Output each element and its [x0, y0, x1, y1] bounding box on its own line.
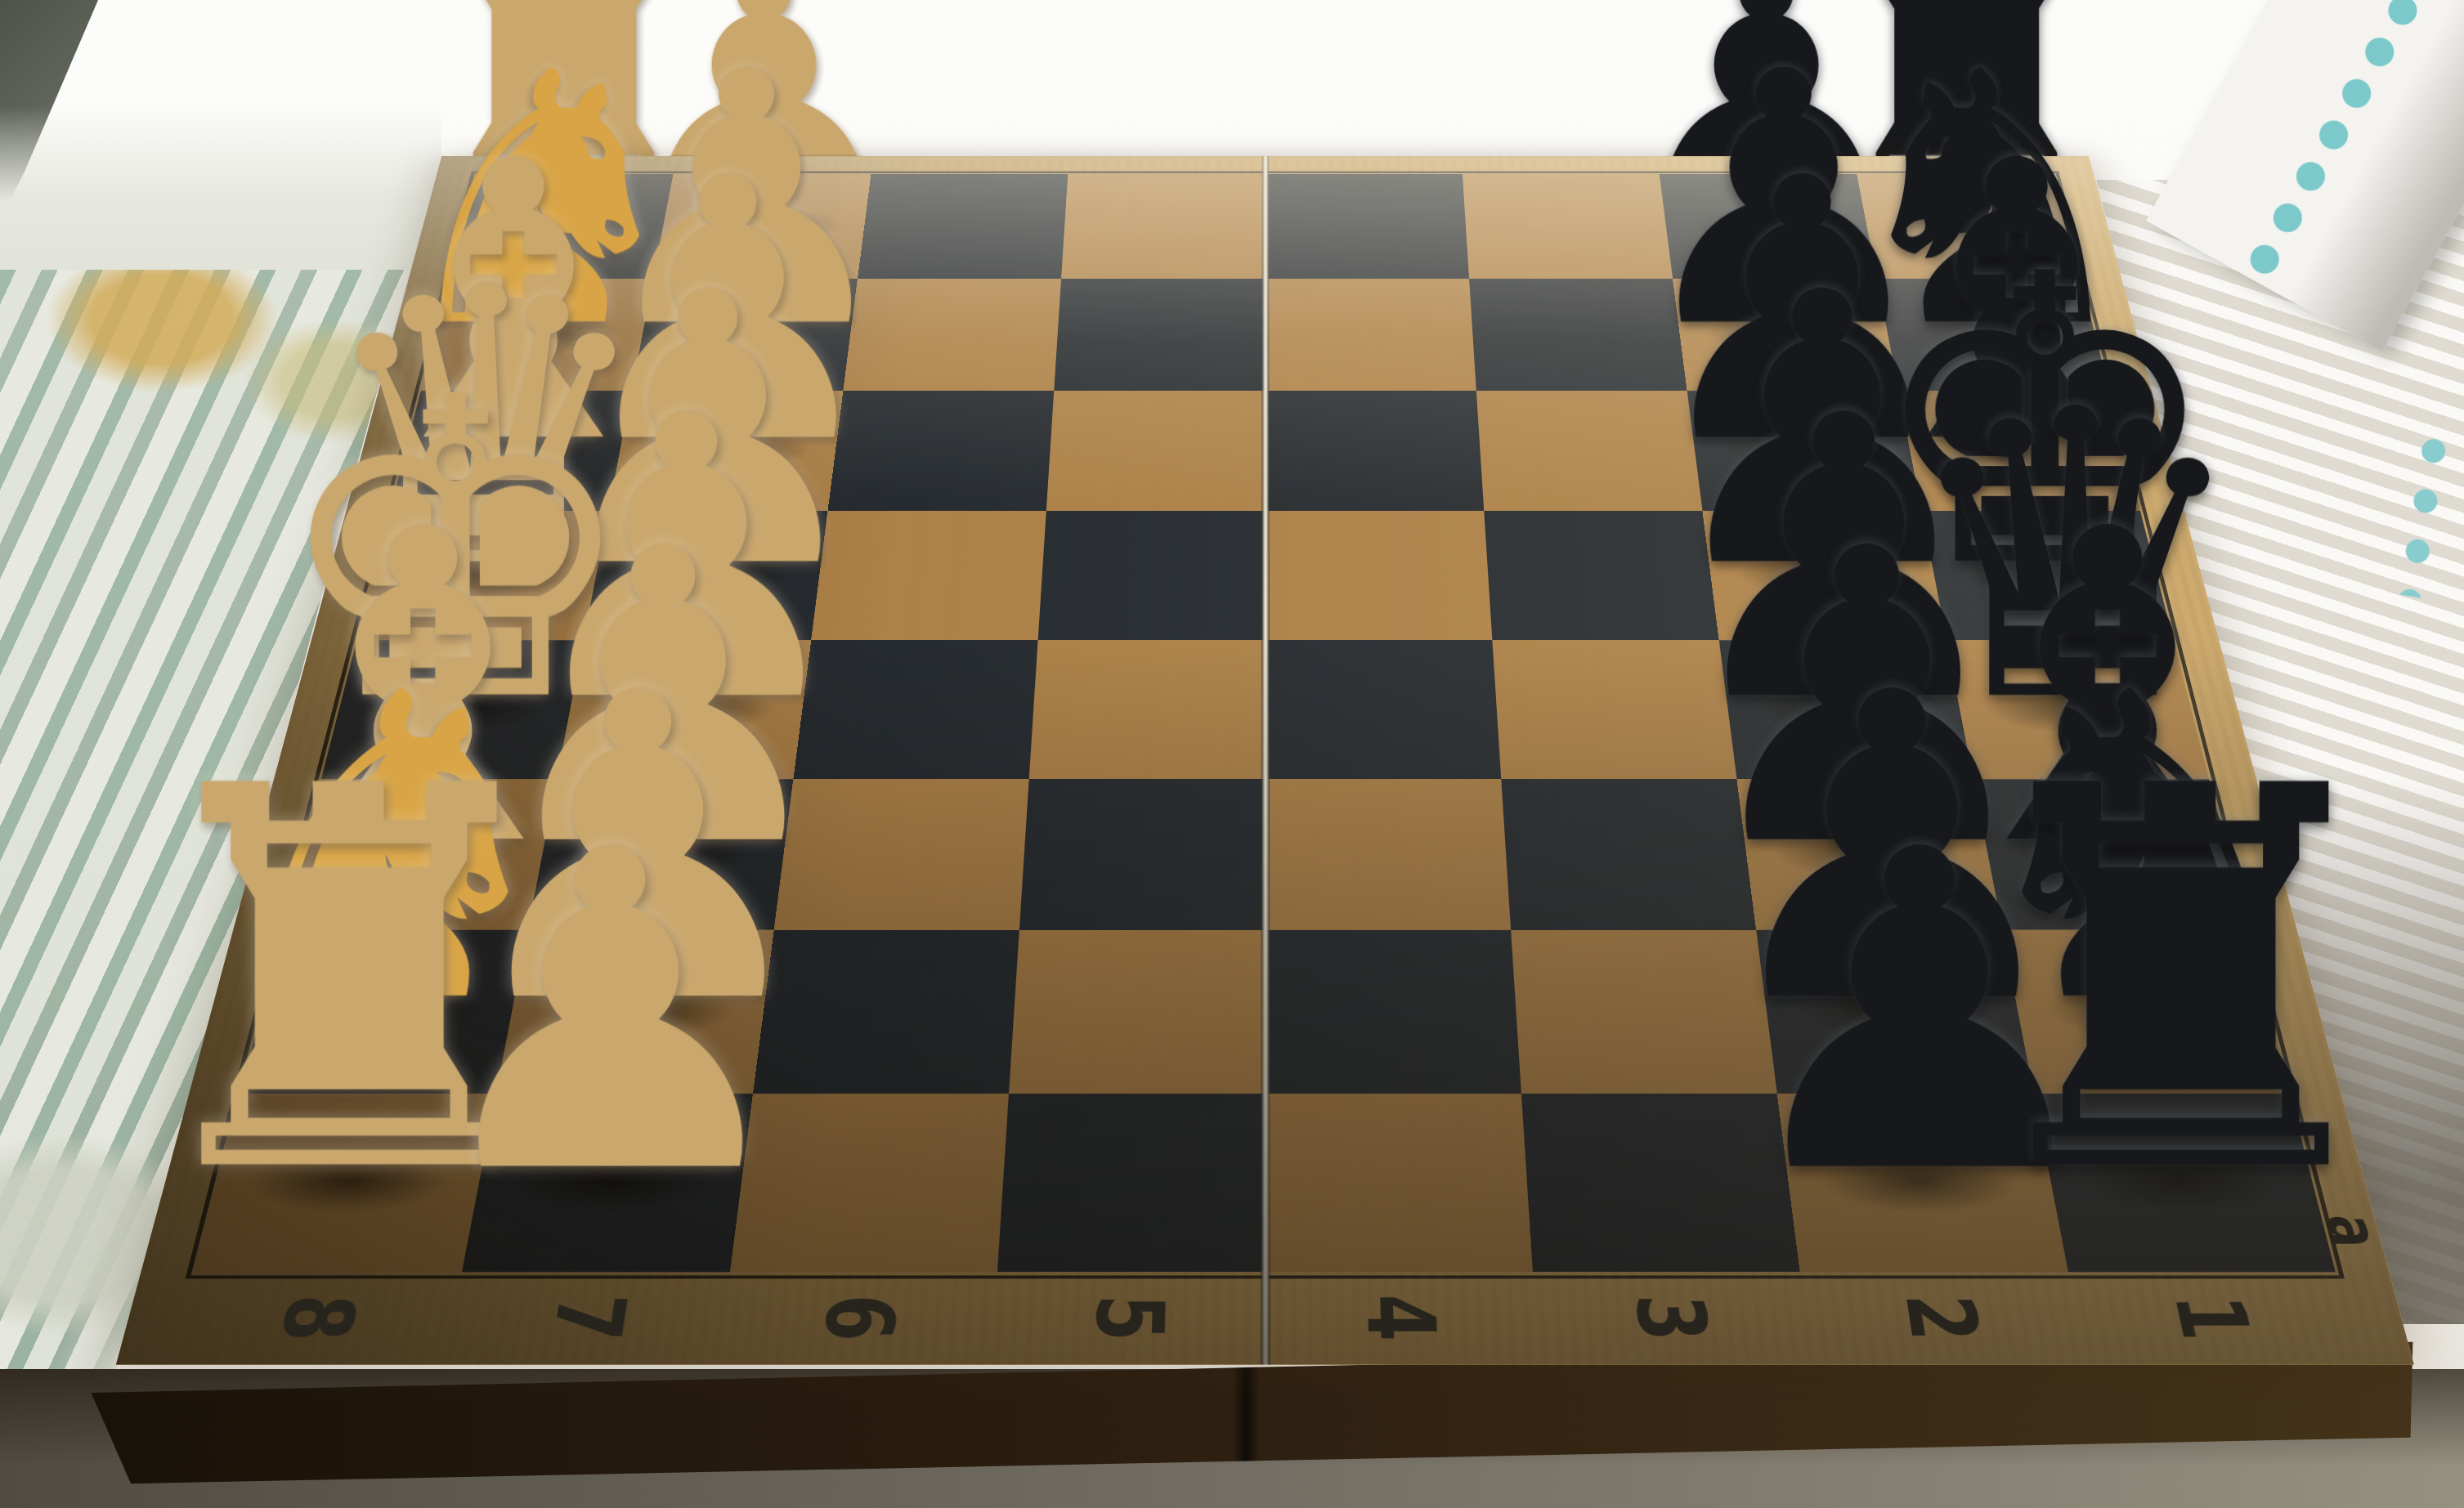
square[interactable]: [1046, 391, 1266, 511]
square[interactable]: [1265, 930, 1521, 1094]
square[interactable]: [1266, 279, 1476, 391]
rank-label: 4: [1346, 1295, 1456, 1341]
rank-label: 8: [258, 1295, 378, 1341]
rank-label: 5: [1074, 1295, 1185, 1341]
square[interactable]: [1054, 279, 1265, 391]
piece-white-pawn[interactable]: ♟: [414, 794, 809, 1234]
square[interactable]: [1061, 174, 1265, 279]
scene: ♜♟♟♜♞♟♟♞♝♟♟♝♛♟♟♚♚♟♟♛♝♟♟♝♞♟♟♞♜♟♟♜ 8765432…: [0, 0, 2464, 1508]
square[interactable]: [1019, 779, 1266, 929]
board-3d: ♜♟♟♜♞♟♟♞♝♟♟♝♛♟♟♚♚♟♟♛♝♟♟♝♞♟♟♞♜♟♟♜ 8765432…: [116, 156, 2414, 1364]
square[interactable]: [1266, 174, 1469, 279]
rank-label: 1: [2153, 1295, 2272, 1341]
square[interactable]: [1265, 640, 1501, 779]
rank-label: 3: [1615, 1295, 1727, 1341]
photo-stage: ♜♟♟♜♞♟♟♞♝♟♟♝♛♟♟♚♚♟♟♛♝♟♟♝♞♟♟♞♜♟♟♜ 8765432…: [0, 0, 2464, 1508]
piece-black-rook[interactable]: ♜: [1946, 719, 2416, 1244]
rank-label: 2: [1884, 1295, 2000, 1341]
file-letter-label: a: [2309, 1211, 2399, 1251]
square[interactable]: [1266, 511, 1493, 640]
square[interactable]: [1266, 391, 1485, 511]
square[interactable]: [1265, 1094, 1532, 1272]
square[interactable]: [1038, 511, 1266, 640]
square[interactable]: ♟: [462, 1094, 752, 1272]
square[interactable]: ♜: [2033, 1094, 2335, 1272]
square[interactable]: [1265, 779, 1511, 929]
square[interactable]: [997, 1094, 1265, 1272]
rank-label: 7: [531, 1295, 647, 1341]
rank-label: 6: [803, 1295, 916, 1341]
square[interactable]: [1009, 930, 1265, 1094]
square[interactable]: [1029, 640, 1266, 779]
